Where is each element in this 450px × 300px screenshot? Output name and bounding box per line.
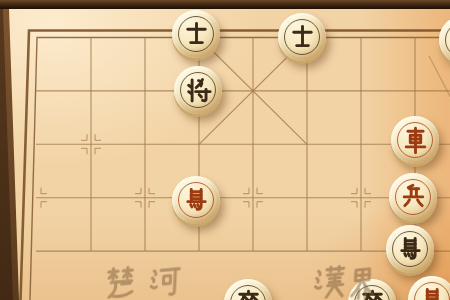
black-general[interactable] — [174, 66, 222, 114]
black-advisor[interactable] — [278, 13, 326, 61]
xiangqi-game-screen — [0, 0, 450, 300]
red-horse[interactable] — [172, 176, 220, 224]
black-horse[interactable] — [386, 225, 434, 273]
river-char — [101, 263, 141, 300]
red-soldier[interactable] — [389, 173, 437, 221]
board-grid[interactable] — [0, 0, 450, 300]
black-advisor[interactable] — [172, 10, 220, 58]
river-char — [145, 262, 185, 300]
river-char — [342, 264, 382, 300]
board-frame-left — [0, 0, 30, 300]
red-chariot[interactable] — [391, 116, 439, 164]
board-frame-top — [0, 0, 450, 9]
